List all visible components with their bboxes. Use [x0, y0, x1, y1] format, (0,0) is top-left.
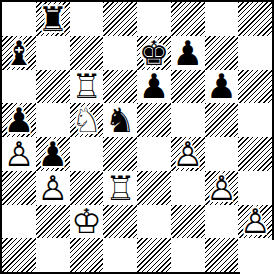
black-rook-glyph: ♜ [37, 2, 67, 36]
square-f1[interactable] [171, 238, 205, 272]
square-c2[interactable]: ♚♔ [70, 205, 104, 239]
square-e5[interactable] [137, 103, 171, 137]
black-pawn-glyph: ♟ [4, 103, 34, 137]
piece-white-pawn: ♟♙ [205, 171, 239, 205]
square-b1[interactable] [36, 238, 70, 272]
piece-white-rook: ♜♖ [70, 70, 104, 104]
square-a8[interactable] [2, 2, 36, 36]
white-knight-glyph: ♘ [71, 103, 101, 137]
square-f5[interactable] [171, 103, 205, 137]
piece-white-king: ♚♔ [70, 205, 104, 239]
piece-black-rook: ♜♜ [36, 2, 70, 36]
piece-black-pawn: ♟♟ [2, 103, 36, 137]
white-pawn-glyph: ♙ [4, 137, 34, 171]
white-pawn-glyph: ♙ [240, 204, 270, 238]
piece-black-pawn: ♟♟ [137, 70, 171, 104]
square-h3[interactable] [238, 171, 272, 205]
piece-white-pawn: ♟♙ [2, 137, 36, 171]
black-knight-glyph: ♞ [105, 103, 135, 137]
piece-white-rook: ♜♖ [103, 171, 137, 205]
square-d4[interactable] [103, 137, 137, 171]
square-f2[interactable] [171, 205, 205, 239]
square-e1[interactable] [137, 238, 171, 272]
square-g3[interactable]: ♟♙ [205, 171, 239, 205]
square-g8[interactable] [205, 2, 239, 36]
piece-black-pawn: ♟♟ [171, 36, 205, 70]
square-a6[interactable] [2, 70, 36, 104]
square-d8[interactable] [103, 2, 137, 36]
piece-black-king: ♚♚ [137, 36, 171, 70]
square-e8[interactable] [137, 2, 171, 36]
piece-white-pawn: ♟♙ [171, 137, 205, 171]
piece-white-pawn: ♟♙ [238, 205, 272, 239]
square-g2[interactable] [205, 205, 239, 239]
piece-black-pawn: ♟♟ [205, 70, 239, 104]
black-pawn-glyph: ♟ [37, 137, 67, 171]
square-a4[interactable]: ♟♙ [2, 137, 36, 171]
square-d5[interactable]: ♞♞ [103, 103, 137, 137]
square-a1[interactable] [2, 238, 36, 272]
square-f8[interactable] [171, 2, 205, 36]
square-c3[interactable] [70, 171, 104, 205]
square-b3[interactable]: ♟♙ [36, 171, 70, 205]
board-border-right [272, 0, 274, 240]
square-b7[interactable] [36, 36, 70, 70]
square-h5[interactable] [238, 103, 272, 137]
square-f6[interactable] [171, 70, 205, 104]
square-f3[interactable] [171, 171, 205, 205]
square-h2[interactable]: ♟♙ [238, 205, 272, 239]
square-c1[interactable] [70, 238, 104, 272]
square-e2[interactable] [137, 205, 171, 239]
white-king-glyph: ♔ [71, 204, 101, 238]
square-h8[interactable] [238, 2, 272, 36]
square-d7[interactable] [103, 36, 137, 70]
square-b2[interactable] [36, 205, 70, 239]
chess-board: ♜♜♝♝♚♚♟♟♜♖♟♟♟♟♟♟♞♘♞♞♟♙♟♟♟♙♟♙♜♖♟♙♚♔♟♙ [2, 2, 272, 272]
white-rook-glyph: ♖ [105, 171, 135, 205]
square-c4[interactable] [70, 137, 104, 171]
square-a7[interactable]: ♝♝ [2, 36, 36, 70]
square-g5[interactable] [205, 103, 239, 137]
square-a2[interactable] [2, 205, 36, 239]
square-c6[interactable]: ♜♖ [70, 70, 104, 104]
black-king-glyph: ♚ [139, 36, 169, 70]
square-g7[interactable] [205, 36, 239, 70]
square-b6[interactable] [36, 70, 70, 104]
square-c8[interactable] [70, 2, 104, 36]
square-h6[interactable] [238, 70, 272, 104]
white-pawn-glyph: ♙ [206, 171, 236, 205]
square-a3[interactable] [2, 171, 36, 205]
black-pawn-glyph: ♟ [139, 69, 169, 103]
square-g4[interactable] [205, 137, 239, 171]
square-c7[interactable] [70, 36, 104, 70]
square-g1[interactable] [205, 238, 239, 272]
black-bishop-glyph: ♝ [4, 36, 34, 70]
square-h7[interactable] [238, 36, 272, 70]
chess-diagram: ♜♜♝♝♚♚♟♟♜♖♟♟♟♟♟♟♞♘♞♞♟♙♟♟♟♙♟♙♜♖♟♙♚♔♟♙ [0, 0, 274, 274]
square-b8[interactable]: ♜♜ [36, 2, 70, 36]
square-e4[interactable] [137, 137, 171, 171]
black-pawn-glyph: ♟ [172, 36, 202, 70]
piece-white-pawn: ♟♙ [36, 171, 70, 205]
square-d2[interactable] [103, 205, 137, 239]
square-c5[interactable]: ♞♘ [70, 103, 104, 137]
square-e3[interactable] [137, 171, 171, 205]
black-pawn-glyph: ♟ [206, 69, 236, 103]
piece-black-pawn: ♟♟ [36, 137, 70, 171]
white-pawn-glyph: ♙ [37, 171, 67, 205]
piece-white-knight: ♞♘ [70, 103, 104, 137]
square-a5[interactable]: ♟♟ [2, 103, 36, 137]
square-e6[interactable]: ♟♟ [137, 70, 171, 104]
square-d6[interactable] [103, 70, 137, 104]
square-f4[interactable]: ♟♙ [171, 137, 205, 171]
square-b5[interactable] [36, 103, 70, 137]
square-d1[interactable] [103, 238, 137, 272]
square-b4[interactable]: ♟♟ [36, 137, 70, 171]
piece-black-bishop: ♝♝ [2, 36, 36, 70]
board-border-left [0, 0, 2, 274]
square-d3[interactable]: ♜♖ [103, 171, 137, 205]
piece-black-knight: ♞♞ [103, 103, 137, 137]
square-h4[interactable] [238, 137, 272, 171]
square-f7[interactable]: ♟♟ [171, 36, 205, 70]
white-rook-glyph: ♖ [71, 69, 101, 103]
board-border-top [0, 0, 274, 2]
square-h1[interactable] [238, 238, 272, 272]
square-e7[interactable]: ♚♚ [137, 36, 171, 70]
square-g6[interactable]: ♟♟ [205, 70, 239, 104]
white-pawn-glyph: ♙ [172, 137, 202, 171]
